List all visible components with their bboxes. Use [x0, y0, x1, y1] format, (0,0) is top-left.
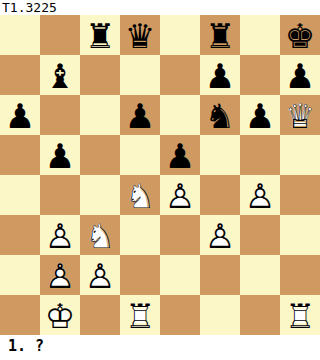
square-b5[interactable]: ♟: [40, 135, 80, 175]
square-f7[interactable]: ♟: [200, 55, 240, 95]
square-a5[interactable]: [0, 135, 40, 175]
square-d6[interactable]: ♟: [120, 95, 160, 135]
square-c8[interactable]: ♜: [80, 15, 120, 55]
black-knight-piece: ♞: [200, 95, 240, 135]
square-f5[interactable]: [200, 135, 240, 175]
square-f3[interactable]: ♟♙: [200, 215, 240, 255]
square-h4[interactable]: [280, 175, 320, 215]
square-g1[interactable]: [240, 295, 280, 335]
square-f4[interactable]: [200, 175, 240, 215]
square-h8[interactable]: ♚: [280, 15, 320, 55]
black-rook-piece: ♜: [200, 15, 240, 55]
black-queen-piece: ♛: [120, 15, 160, 55]
square-b4[interactable]: [40, 175, 80, 215]
square-a8[interactable]: [0, 15, 40, 55]
white-pawn-piece: ♟♙: [40, 255, 80, 295]
square-h5[interactable]: [280, 135, 320, 175]
square-h7[interactable]: ♟: [280, 55, 320, 95]
square-d5[interactable]: [120, 135, 160, 175]
white-pawn-piece: ♟♙: [40, 215, 80, 255]
square-c3[interactable]: ♞♘: [80, 215, 120, 255]
black-king-piece: ♚: [280, 15, 320, 55]
square-a4[interactable]: [0, 175, 40, 215]
black-pawn-piece: ♟: [120, 95, 160, 135]
square-b7[interactable]: ♝: [40, 55, 80, 95]
square-e6[interactable]: [160, 95, 200, 135]
black-pawn-piece: ♟: [200, 55, 240, 95]
square-e7[interactable]: [160, 55, 200, 95]
square-d1[interactable]: ♜♖: [120, 295, 160, 335]
square-a6[interactable]: ♟: [0, 95, 40, 135]
square-b1[interactable]: ♚♔: [40, 295, 80, 335]
square-e2[interactable]: [160, 255, 200, 295]
square-b8[interactable]: [40, 15, 80, 55]
black-bishop-piece: ♝: [40, 55, 80, 95]
square-h1[interactable]: ♜♖: [280, 295, 320, 335]
square-e8[interactable]: [160, 15, 200, 55]
square-c7[interactable]: [80, 55, 120, 95]
square-e3[interactable]: [160, 215, 200, 255]
square-e4[interactable]: ♟♙: [160, 175, 200, 215]
white-pawn-piece: ♟♙: [160, 175, 200, 215]
chess-board: ♜♛♜♚♝♟♟♟♟♞♟♛♕♟♟♞♘♟♙♟♙♟♙♞♘♟♙♟♙♟♙♚♔♜♖♜♖: [0, 15, 320, 335]
square-f6[interactable]: ♞: [200, 95, 240, 135]
square-c4[interactable]: [80, 175, 120, 215]
square-c6[interactable]: [80, 95, 120, 135]
black-pawn-piece: ♟: [40, 135, 80, 175]
square-g8[interactable]: [240, 15, 280, 55]
black-pawn-piece: ♟: [0, 95, 40, 135]
puzzle-title: T1.3225: [0, 0, 320, 15]
black-pawn-piece: ♟: [160, 135, 200, 175]
square-f8[interactable]: ♜: [200, 15, 240, 55]
square-h2[interactable]: [280, 255, 320, 295]
square-g5[interactable]: [240, 135, 280, 175]
square-f2[interactable]: [200, 255, 240, 295]
square-d2[interactable]: [120, 255, 160, 295]
square-d8[interactable]: ♛: [120, 15, 160, 55]
square-b2[interactable]: ♟♙: [40, 255, 80, 295]
square-c5[interactable]: [80, 135, 120, 175]
square-g7[interactable]: [240, 55, 280, 95]
white-king-piece: ♚♔: [40, 295, 80, 335]
square-b6[interactable]: [40, 95, 80, 135]
black-rook-piece: ♜: [80, 15, 120, 55]
square-e5[interactable]: ♟: [160, 135, 200, 175]
black-pawn-piece: ♟: [280, 55, 320, 95]
chess-puzzle-window: T1.3225 ♜♛♜♚♝♟♟♟♟♞♟♛♕♟♟♞♘♟♙♟♙♟♙♞♘♟♙♟♙♟♙♚…: [0, 0, 320, 360]
square-h3[interactable]: [280, 215, 320, 255]
black-pawn-piece: ♟: [240, 95, 280, 135]
square-g6[interactable]: ♟: [240, 95, 280, 135]
white-rook-piece: ♜♖: [280, 295, 320, 335]
white-pawn-piece: ♟♙: [240, 175, 280, 215]
square-a1[interactable]: [0, 295, 40, 335]
square-a3[interactable]: [0, 215, 40, 255]
square-h6[interactable]: ♛♕: [280, 95, 320, 135]
square-c2[interactable]: ♟♙: [80, 255, 120, 295]
white-knight-piece: ♞♘: [120, 175, 160, 215]
move-prompt: 1. ?: [0, 335, 320, 360]
square-f1[interactable]: [200, 295, 240, 335]
square-g2[interactable]: [240, 255, 280, 295]
square-a7[interactable]: [0, 55, 40, 95]
white-knight-piece: ♞♘: [80, 215, 120, 255]
square-b3[interactable]: ♟♙: [40, 215, 80, 255]
white-queen-piece: ♛♕: [280, 95, 320, 135]
square-g4[interactable]: ♟♙: [240, 175, 280, 215]
square-c1[interactable]: [80, 295, 120, 335]
square-d7[interactable]: [120, 55, 160, 95]
white-pawn-piece: ♟♙: [200, 215, 240, 255]
white-pawn-piece: ♟♙: [80, 255, 120, 295]
square-d4[interactable]: ♞♘: [120, 175, 160, 215]
square-g3[interactable]: [240, 215, 280, 255]
square-a2[interactable]: [0, 255, 40, 295]
square-d3[interactable]: [120, 215, 160, 255]
white-rook-piece: ♜♖: [120, 295, 160, 335]
square-e1[interactable]: [160, 295, 200, 335]
